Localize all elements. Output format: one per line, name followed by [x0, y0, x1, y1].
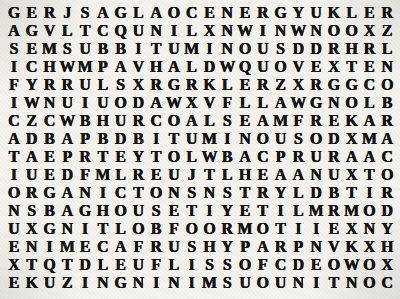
grid-cell-r1c6[interactable]: A: [94, 4, 112, 22]
grid-cell-r10c10[interactable]: U: [165, 166, 183, 184]
grid-cell-r3c2[interactable]: E: [23, 40, 41, 58]
grid-cell-r9c20[interactable]: A: [343, 148, 361, 166]
grid-cell-r15c5[interactable]: D: [76, 256, 94, 274]
grid-cell-r11c5[interactable]: N: [76, 184, 94, 202]
grid-cell-r14c20[interactable]: K: [343, 238, 361, 256]
grid-cell-r5c5[interactable]: U: [76, 76, 94, 94]
grid-cell-r11c22[interactable]: R: [378, 184, 396, 202]
grid-cell-r9c8[interactable]: Y: [129, 148, 147, 166]
grid-cell-r12c2[interactable]: S: [23, 202, 41, 220]
grid-cell-r11c20[interactable]: T: [343, 184, 361, 202]
grid-cell-r13c15[interactable]: O: [254, 220, 272, 238]
grid-cell-r7c13[interactable]: S: [218, 112, 236, 130]
grid-cell-r11c4[interactable]: A: [58, 184, 76, 202]
grid-cell-r2c17[interactable]: W: [289, 22, 307, 40]
grid-cell-r13c18[interactable]: I: [307, 220, 325, 238]
grid-cell-r4c16[interactable]: O: [272, 58, 290, 76]
grid-cell-r10c12[interactable]: T: [201, 166, 219, 184]
grid-cell-r16c18[interactable]: I: [307, 274, 325, 292]
grid-cell-r7c4[interactable]: W: [58, 112, 76, 130]
grid-cell-r10c9[interactable]: E: [147, 166, 165, 184]
grid-cell-r12c6[interactable]: H: [94, 202, 112, 220]
grid-cell-r8c17[interactable]: S: [289, 130, 307, 148]
grid-cell-r4c12[interactable]: D: [201, 58, 219, 76]
grid-cell-r15c1[interactable]: X: [5, 256, 23, 274]
grid-cell-r12c4[interactable]: A: [58, 202, 76, 220]
grid-cell-r12c18[interactable]: M: [307, 202, 325, 220]
grid-cell-r2c1[interactable]: A: [5, 22, 23, 40]
grid-cell-r10c5[interactable]: F: [76, 166, 94, 184]
grid-cell-r14c7[interactable]: A: [112, 238, 130, 256]
grid-cell-r11c17[interactable]: L: [289, 184, 307, 202]
grid-cell-r14c12[interactable]: H: [201, 238, 219, 256]
grid-cell-r6c20[interactable]: O: [343, 94, 361, 112]
grid-cell-r11c12[interactable]: N: [201, 184, 219, 202]
grid-cell-r16c16[interactable]: U: [272, 274, 290, 292]
grid-cell-r16c15[interactable]: O: [254, 274, 272, 292]
grid-cell-r3c20[interactable]: H: [343, 40, 361, 58]
grid-cell-r14c10[interactable]: U: [165, 238, 183, 256]
grid-cell-r5c4[interactable]: R: [58, 76, 76, 94]
grid-cell-r4c6[interactable]: P: [94, 58, 112, 76]
grid-cell-r7c6[interactable]: H: [94, 112, 112, 130]
grid-cell-r7c21[interactable]: A: [360, 112, 378, 130]
grid-cell-r8c13[interactable]: I: [218, 130, 236, 148]
grid-cell-r9c11[interactable]: L: [183, 148, 201, 166]
grid-cell-r11c16[interactable]: Y: [272, 184, 290, 202]
grid-cell-r1c4[interactable]: J: [58, 4, 76, 22]
grid-cell-r16c19[interactable]: T: [325, 274, 343, 292]
grid-cell-r5c20[interactable]: G: [343, 76, 361, 94]
grid-cell-r7c17[interactable]: F: [289, 112, 307, 130]
grid-cell-r9c7[interactable]: E: [112, 148, 130, 166]
grid-cell-r11c13[interactable]: S: [218, 184, 236, 202]
grid-cell-r4c1[interactable]: I: [5, 58, 23, 76]
grid-cell-r11c10[interactable]: N: [165, 184, 183, 202]
grid-cell-r1c18[interactable]: U: [307, 4, 325, 22]
grid-cell-r14c6[interactable]: C: [94, 238, 112, 256]
grid-cell-r7c1[interactable]: C: [5, 112, 23, 130]
grid-cell-r9c6[interactable]: T: [94, 148, 112, 166]
grid-cell-r7c18[interactable]: R: [307, 112, 325, 130]
grid-cell-r8c3[interactable]: B: [41, 130, 59, 148]
grid-cell-r4c13[interactable]: W: [218, 58, 236, 76]
grid-cell-r9c1[interactable]: T: [5, 148, 23, 166]
grid-cell-r3c7[interactable]: B: [112, 40, 130, 58]
grid-cell-r15c13[interactable]: S: [218, 256, 236, 274]
grid-cell-r15c19[interactable]: O: [325, 256, 343, 274]
grid-cell-r13c22[interactable]: Y: [378, 220, 396, 238]
grid-cell-r15c11[interactable]: I: [183, 256, 201, 274]
grid-cell-r2c21[interactable]: X: [360, 22, 378, 40]
grid-cell-r2c18[interactable]: N: [307, 22, 325, 40]
grid-cell-r1c19[interactable]: K: [325, 4, 343, 22]
grid-cell-r15c2[interactable]: T: [23, 256, 41, 274]
grid-cell-r12c12[interactable]: I: [201, 202, 219, 220]
grid-cell-r6c10[interactable]: W: [165, 94, 183, 112]
grid-cell-r3c17[interactable]: D: [289, 40, 307, 58]
grid-cell-r6c19[interactable]: N: [325, 94, 343, 112]
grid-cell-r13c3[interactable]: G: [41, 220, 59, 238]
grid-cell-r6c1[interactable]: I: [5, 94, 23, 112]
grid-cell-r9c16[interactable]: P: [272, 148, 290, 166]
grid-cell-r4c14[interactable]: Q: [236, 58, 254, 76]
grid-cell-r4c7[interactable]: A: [112, 58, 130, 76]
grid-cell-r15c4[interactable]: T: [58, 256, 76, 274]
grid-cell-r13c20[interactable]: X: [343, 220, 361, 238]
grid-cell-r1c17[interactable]: Y: [289, 4, 307, 22]
grid-cell-r7c2[interactable]: Z: [23, 112, 41, 130]
grid-cell-r15c9[interactable]: F: [147, 256, 165, 274]
grid-cell-r12c17[interactable]: L: [289, 202, 307, 220]
grid-cell-r16c3[interactable]: U: [41, 274, 59, 292]
grid-cell-r14c21[interactable]: X: [360, 238, 378, 256]
grid-cell-r13c8[interactable]: O: [129, 220, 147, 238]
grid-cell-r3c14[interactable]: O: [236, 40, 254, 58]
grid-cell-r8c8[interactable]: B: [129, 130, 147, 148]
grid-cell-r7c12[interactable]: L: [201, 112, 219, 130]
grid-cell-r11c2[interactable]: R: [23, 184, 41, 202]
grid-cell-r10c11[interactable]: J: [183, 166, 201, 184]
grid-cell-r7c14[interactable]: E: [236, 112, 254, 130]
grid-cell-r10c8[interactable]: R: [129, 166, 147, 184]
grid-cell-r10c3[interactable]: E: [41, 166, 59, 184]
grid-cell-r5c18[interactable]: R: [307, 76, 325, 94]
grid-cell-r12c1[interactable]: N: [5, 202, 23, 220]
grid-cell-r5c11[interactable]: R: [183, 76, 201, 94]
grid-cell-r13c14[interactable]: M: [236, 220, 254, 238]
grid-cell-r5c2[interactable]: Y: [23, 76, 41, 94]
grid-cell-r13c5[interactable]: I: [76, 220, 94, 238]
grid-cell-r11c7[interactable]: C: [112, 184, 130, 202]
grid-cell-r1c13[interactable]: N: [218, 4, 236, 22]
grid-cell-r12c13[interactable]: Y: [218, 202, 236, 220]
grid-cell-r16c6[interactable]: N: [94, 274, 112, 292]
grid-cell-r11c8[interactable]: T: [129, 184, 147, 202]
grid-cell-r8c4[interactable]: A: [58, 130, 76, 148]
grid-cell-r13c11[interactable]: O: [183, 220, 201, 238]
grid-cell-r13c2[interactable]: X: [23, 220, 41, 238]
grid-cell-r6c3[interactable]: N: [41, 94, 59, 112]
grid-cell-r15c16[interactable]: C: [272, 256, 290, 274]
grid-cell-r8c18[interactable]: O: [307, 130, 325, 148]
grid-cell-r7c3[interactable]: C: [41, 112, 59, 130]
grid-cell-r16c4[interactable]: Z: [58, 274, 76, 292]
grid-cell-r10c1[interactable]: I: [5, 166, 23, 184]
grid-cell-r12c21[interactable]: O: [360, 202, 378, 220]
grid-cell-r16c10[interactable]: N: [165, 274, 183, 292]
grid-cell-r9c15[interactable]: C: [254, 148, 272, 166]
grid-cell-r3c6[interactable]: B: [94, 40, 112, 58]
grid-cell-r3c1[interactable]: S: [5, 40, 23, 58]
grid-cell-r1c5[interactable]: S: [76, 4, 94, 22]
grid-cell-r1c11[interactable]: C: [183, 4, 201, 22]
grid-cell-r14c3[interactable]: I: [41, 238, 59, 256]
grid-cell-r3c13[interactable]: N: [218, 40, 236, 58]
grid-cell-r5c14[interactable]: E: [236, 76, 254, 94]
grid-cell-r14c8[interactable]: F: [129, 238, 147, 256]
grid-cell-r3c4[interactable]: S: [58, 40, 76, 58]
grid-cell-r4c2[interactable]: C: [23, 58, 41, 76]
grid-cell-r9c2[interactable]: A: [23, 148, 41, 166]
grid-cell-r9c18[interactable]: U: [307, 148, 325, 166]
grid-cell-r12c8[interactable]: U: [129, 202, 147, 220]
grid-cell-r13c17[interactable]: I: [289, 220, 307, 238]
grid-cell-r16c8[interactable]: N: [129, 274, 147, 292]
grid-cell-r2c6[interactable]: C: [94, 22, 112, 40]
grid-cell-r11c3[interactable]: G: [41, 184, 59, 202]
grid-cell-r7c9[interactable]: C: [147, 112, 165, 130]
grid-cell-r10c14[interactable]: H: [236, 166, 254, 184]
grid-cell-r15c12[interactable]: S: [201, 256, 219, 274]
grid-cell-r2c10[interactable]: I: [165, 22, 183, 40]
grid-cell-r10c4[interactable]: D: [58, 166, 76, 184]
grid-cell-r10c18[interactable]: N: [307, 166, 325, 184]
grid-cell-r4c20[interactable]: T: [343, 58, 361, 76]
grid-cell-r12c16[interactable]: I: [272, 202, 290, 220]
grid-cell-r8c20[interactable]: X: [343, 130, 361, 148]
grid-cell-r15c7[interactable]: E: [112, 256, 130, 274]
grid-cell-r16c1[interactable]: E: [5, 274, 23, 292]
grid-cell-r9c14[interactable]: A: [236, 148, 254, 166]
grid-cell-r1c7[interactable]: G: [112, 4, 130, 22]
grid-cell-r12c15[interactable]: T: [254, 202, 272, 220]
grid-cell-r2c7[interactable]: Q: [112, 22, 130, 40]
grid-cell-r9c9[interactable]: T: [147, 148, 165, 166]
grid-cell-r10c7[interactable]: L: [112, 166, 130, 184]
grid-cell-r6c13[interactable]: F: [218, 94, 236, 112]
grid-cell-r15c6[interactable]: L: [94, 256, 112, 274]
grid-cell-r9c10[interactable]: O: [165, 148, 183, 166]
grid-cell-r5c12[interactable]: K: [201, 76, 219, 94]
grid-cell-r5c22[interactable]: O: [378, 76, 396, 94]
grid-cell-r5c17[interactable]: X: [289, 76, 307, 94]
grid-cell-r14c19[interactable]: V: [325, 238, 343, 256]
grid-cell-r4c15[interactable]: U: [254, 58, 272, 76]
grid-cell-r13c12[interactable]: O: [201, 220, 219, 238]
grid-cell-r6c21[interactable]: L: [360, 94, 378, 112]
grid-cell-r2c22[interactable]: Z: [378, 22, 396, 40]
grid-cell-r11c6[interactable]: I: [94, 184, 112, 202]
grid-cell-r11c15[interactable]: R: [254, 184, 272, 202]
grid-cell-r7c19[interactable]: E: [325, 112, 343, 130]
grid-cell-r14c13[interactable]: Y: [218, 238, 236, 256]
grid-cell-r2c5[interactable]: T: [76, 22, 94, 40]
grid-cell-r1c1[interactable]: G: [5, 4, 23, 22]
grid-cell-r4c19[interactable]: X: [325, 58, 343, 76]
grid-cell-r16c13[interactable]: S: [218, 274, 236, 292]
grid-cell-r6c2[interactable]: W: [23, 94, 41, 112]
grid-cell-r1c15[interactable]: R: [254, 4, 272, 22]
grid-cell-r16c7[interactable]: G: [112, 274, 130, 292]
grid-cell-r6c4[interactable]: U: [58, 94, 76, 112]
grid-cell-r9c22[interactable]: C: [378, 148, 396, 166]
grid-cell-r12c10[interactable]: E: [165, 202, 183, 220]
grid-cell-r8c5[interactable]: P: [76, 130, 94, 148]
grid-cell-r5c15[interactable]: R: [254, 76, 272, 94]
grid-cell-r11c11[interactable]: S: [183, 184, 201, 202]
grid-cell-r8c19[interactable]: D: [325, 130, 343, 148]
grid-cell-r6c22[interactable]: B: [378, 94, 396, 112]
grid-cell-r15c10[interactable]: L: [165, 256, 183, 274]
grid-cell-r1c9[interactable]: A: [147, 4, 165, 22]
grid-cell-r16c17[interactable]: N: [289, 274, 307, 292]
grid-cell-r7c7[interactable]: U: [112, 112, 130, 130]
grid-cell-r15c15[interactable]: F: [254, 256, 272, 274]
grid-cell-r8c14[interactable]: N: [236, 130, 254, 148]
grid-cell-r13c1[interactable]: U: [5, 220, 23, 238]
grid-cell-r10c19[interactable]: U: [325, 166, 343, 184]
grid-cell-r10c22[interactable]: O: [378, 166, 396, 184]
grid-cell-r7c5[interactable]: B: [76, 112, 94, 130]
grid-cell-r2c3[interactable]: V: [41, 22, 59, 40]
grid-cell-r1c16[interactable]: G: [272, 4, 290, 22]
grid-cell-r3c10[interactable]: U: [165, 40, 183, 58]
grid-cell-r9c5[interactable]: R: [76, 148, 94, 166]
grid-cell-r2c11[interactable]: L: [183, 22, 201, 40]
grid-cell-r3c16[interactable]: S: [272, 40, 290, 58]
grid-cell-r8c16[interactable]: U: [272, 130, 290, 148]
grid-cell-r2c14[interactable]: W: [236, 22, 254, 40]
grid-cell-r14c9[interactable]: R: [147, 238, 165, 256]
grid-cell-r6c9[interactable]: A: [147, 94, 165, 112]
grid-cell-r8c22[interactable]: A: [378, 130, 396, 148]
grid-cell-r8c6[interactable]: B: [94, 130, 112, 148]
grid-cell-r7c16[interactable]: M: [272, 112, 290, 130]
grid-cell-r11c14[interactable]: T: [236, 184, 254, 202]
grid-cell-r5c9[interactable]: R: [147, 76, 165, 94]
grid-cell-r1c21[interactable]: E: [360, 4, 378, 22]
grid-cell-r9c12[interactable]: W: [201, 148, 219, 166]
grid-cell-r6c16[interactable]: A: [272, 94, 290, 112]
grid-cell-r12c20[interactable]: M: [343, 202, 361, 220]
grid-cell-r14c16[interactable]: R: [272, 238, 290, 256]
grid-cell-r16c2[interactable]: K: [23, 274, 41, 292]
grid-cell-r13c19[interactable]: E: [325, 220, 343, 238]
grid-cell-r14c14[interactable]: P: [236, 238, 254, 256]
grid-cell-r7c8[interactable]: R: [129, 112, 147, 130]
grid-cell-r4c21[interactable]: E: [360, 58, 378, 76]
grid-cell-r4c18[interactable]: E: [307, 58, 325, 76]
grid-cell-r1c2[interactable]: E: [23, 4, 41, 22]
grid-cell-r15c3[interactable]: Q: [41, 256, 59, 274]
grid-cell-r6c15[interactable]: L: [254, 94, 272, 112]
grid-cell-r13c21[interactable]: N: [360, 220, 378, 238]
grid-cell-r4c11[interactable]: L: [183, 58, 201, 76]
grid-cell-r15c18[interactable]: E: [307, 256, 325, 274]
grid-cell-r14c11[interactable]: S: [183, 238, 201, 256]
grid-cell-r1c8[interactable]: L: [129, 4, 147, 22]
grid-cell-r6c5[interactable]: I: [76, 94, 94, 112]
grid-cell-r15c14[interactable]: O: [236, 256, 254, 274]
grid-cell-r8c9[interactable]: I: [147, 130, 165, 148]
grid-cell-r14c4[interactable]: M: [58, 238, 76, 256]
grid-cell-r5c16[interactable]: Z: [272, 76, 290, 94]
grid-cell-r7c11[interactable]: A: [183, 112, 201, 130]
grid-cell-r16c21[interactable]: O: [360, 274, 378, 292]
grid-cell-r2c13[interactable]: N: [218, 22, 236, 40]
grid-cell-r4c5[interactable]: M: [76, 58, 94, 76]
grid-cell-r14c1[interactable]: E: [5, 238, 23, 256]
grid-cell-r15c17[interactable]: D: [289, 256, 307, 274]
grid-cell-r5c10[interactable]: G: [165, 76, 183, 94]
grid-cell-r6c18[interactable]: G: [307, 94, 325, 112]
grid-cell-r6c12[interactable]: V: [201, 94, 219, 112]
grid-cell-r1c14[interactable]: E: [236, 4, 254, 22]
grid-cell-r2c19[interactable]: O: [325, 22, 343, 40]
grid-cell-r8c7[interactable]: D: [112, 130, 130, 148]
grid-cell-r2c8[interactable]: U: [129, 22, 147, 40]
grid-cell-r13c6[interactable]: T: [94, 220, 112, 238]
grid-cell-r16c12[interactable]: M: [201, 274, 219, 292]
grid-cell-r2c2[interactable]: G: [23, 22, 41, 40]
grid-cell-r4c8[interactable]: V: [129, 58, 147, 76]
grid-cell-r9c3[interactable]: E: [41, 148, 59, 166]
grid-cell-r13c13[interactable]: R: [218, 220, 236, 238]
grid-cell-r10c20[interactable]: X: [343, 166, 361, 184]
grid-cell-r1c12[interactable]: E: [201, 4, 219, 22]
grid-cell-r3c9[interactable]: T: [147, 40, 165, 58]
grid-cell-r5c6[interactable]: L: [94, 76, 112, 94]
grid-cell-r14c2[interactable]: N: [23, 238, 41, 256]
grid-cell-r1c3[interactable]: R: [41, 4, 59, 22]
grid-cell-r6c7[interactable]: O: [112, 94, 130, 112]
grid-cell-r3c15[interactable]: U: [254, 40, 272, 58]
grid-cell-r1c22[interactable]: R: [378, 4, 396, 22]
grid-cell-r11c1[interactable]: O: [5, 184, 23, 202]
grid-cell-r15c21[interactable]: O: [360, 256, 378, 274]
grid-cell-r4c3[interactable]: H: [41, 58, 59, 76]
grid-cell-r4c17[interactable]: V: [289, 58, 307, 76]
grid-cell-r12c14[interactable]: E: [236, 202, 254, 220]
grid-cell-r15c20[interactable]: W: [343, 256, 361, 274]
grid-cell-r12c11[interactable]: T: [183, 202, 201, 220]
grid-cell-r2c12[interactable]: X: [201, 22, 219, 40]
grid-cell-r14c15[interactable]: A: [254, 238, 272, 256]
grid-cell-r14c18[interactable]: N: [307, 238, 325, 256]
grid-cell-r8c2[interactable]: D: [23, 130, 41, 148]
grid-cell-r4c10[interactable]: A: [165, 58, 183, 76]
grid-cell-r2c4[interactable]: L: [58, 22, 76, 40]
grid-cell-r4c4[interactable]: W: [58, 58, 76, 76]
grid-cell-r3c22[interactable]: L: [378, 40, 396, 58]
grid-cell-r12c3[interactable]: B: [41, 202, 59, 220]
grid-cell-r9c19[interactable]: R: [325, 148, 343, 166]
grid-cell-r7c15[interactable]: A: [254, 112, 272, 130]
grid-cell-r11c21[interactable]: I: [360, 184, 378, 202]
grid-cell-r12c7[interactable]: O: [112, 202, 130, 220]
grid-cell-r9c4[interactable]: P: [58, 148, 76, 166]
grid-cell-r3c18[interactable]: D: [307, 40, 325, 58]
grid-cell-r2c20[interactable]: O: [343, 22, 361, 40]
grid-cell-r12c5[interactable]: G: [76, 202, 94, 220]
grid-cell-r10c21[interactable]: T: [360, 166, 378, 184]
grid-cell-r7c22[interactable]: R: [378, 112, 396, 130]
grid-cell-r4c9[interactable]: H: [147, 58, 165, 76]
grid-cell-r5c21[interactable]: C: [360, 76, 378, 94]
grid-cell-r12c22[interactable]: D: [378, 202, 396, 220]
grid-cell-r16c20[interactable]: N: [343, 274, 361, 292]
grid-cell-r10c17[interactable]: A: [289, 166, 307, 184]
grid-cell-r10c16[interactable]: A: [272, 166, 290, 184]
grid-cell-r1c10[interactable]: O: [165, 4, 183, 22]
grid-cell-r5c13[interactable]: L: [218, 76, 236, 94]
grid-cell-r3c19[interactable]: R: [325, 40, 343, 58]
grid-cell-r3c5[interactable]: U: [76, 40, 94, 58]
grid-cell-r15c22[interactable]: X: [378, 256, 396, 274]
grid-cell-r11c19[interactable]: B: [325, 184, 343, 202]
grid-cell-r6c17[interactable]: W: [289, 94, 307, 112]
